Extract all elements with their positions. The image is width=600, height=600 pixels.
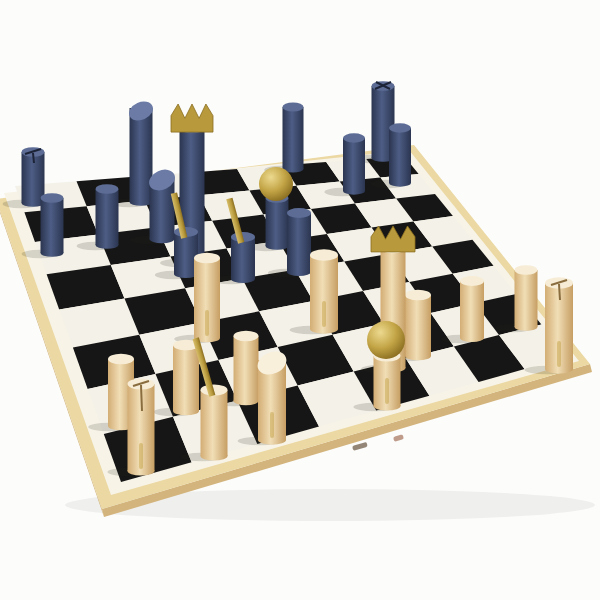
cylinder-top xyxy=(283,103,304,112)
cylinder-top xyxy=(515,265,538,275)
cylinder-body xyxy=(173,345,199,411)
cylinder-top xyxy=(108,354,134,365)
rook-slit-front xyxy=(141,385,142,411)
queen-gold-ball xyxy=(259,167,293,201)
cylinder-body xyxy=(234,336,259,401)
cylinder-body xyxy=(96,189,119,245)
cylinder-body xyxy=(460,281,484,338)
cylinder-top xyxy=(194,253,220,264)
piece-black-pawn-f8 xyxy=(264,103,303,175)
gold-reflection-streak xyxy=(385,378,389,404)
cylinder-body xyxy=(130,108,153,202)
cylinder-body xyxy=(343,138,365,191)
gold-reflection-streak xyxy=(557,341,561,367)
cylinder-top xyxy=(310,249,338,260)
cylinder-body xyxy=(231,237,255,279)
rook-slit-front xyxy=(559,284,560,300)
cylinder-top xyxy=(234,331,259,341)
cylinder-body xyxy=(41,198,64,253)
gold-reflection-streak xyxy=(205,310,209,336)
rim-brand-mark-1 xyxy=(393,434,404,442)
cylinder-top xyxy=(96,184,119,194)
gold-reflection-streak xyxy=(322,301,326,327)
chess-scene-svg xyxy=(0,0,600,600)
cylinder-body xyxy=(266,198,289,246)
cylinder-body xyxy=(515,270,538,327)
king-gold-crown xyxy=(171,104,213,132)
rook-slit-front xyxy=(33,153,34,163)
cylinder-body xyxy=(287,213,311,272)
chess-set-product-photo xyxy=(0,0,600,600)
cylinder-top xyxy=(287,208,311,218)
cylinder-top xyxy=(343,133,365,142)
queen-gold-ball xyxy=(367,321,405,359)
king-gold-crown xyxy=(371,226,415,252)
cylinder-body xyxy=(389,128,411,183)
rim-brand-mark-0 xyxy=(352,442,368,451)
cylinder-body xyxy=(405,295,431,356)
cylinder-body xyxy=(283,107,304,169)
cylinder-body xyxy=(201,390,228,456)
cylinder-top xyxy=(460,276,484,286)
gold-reflection-streak xyxy=(139,443,143,469)
cylinder-top xyxy=(405,290,431,301)
cylinder-top xyxy=(41,193,64,203)
gold-reflection-streak xyxy=(270,412,274,438)
cylinder-top xyxy=(389,123,411,132)
